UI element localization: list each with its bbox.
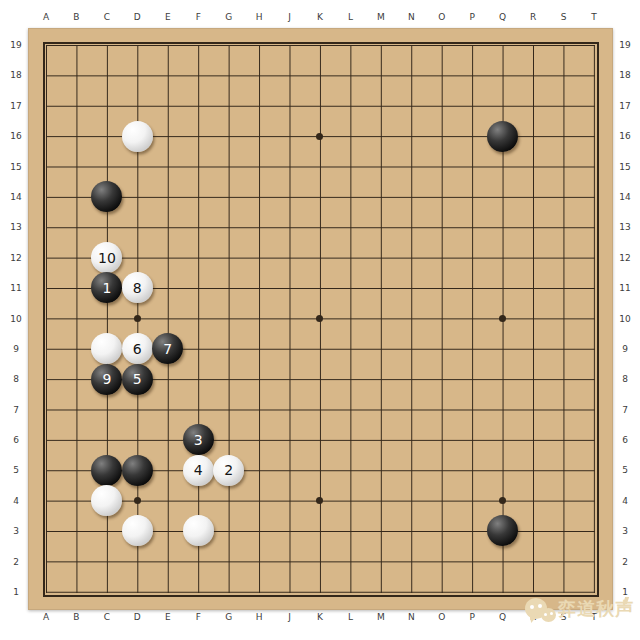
coord-bottom-O: O <box>431 611 453 623</box>
coord-left-16: 16 <box>5 130 27 142</box>
move-number-label: 7 <box>163 342 172 356</box>
coord-right-14: 14 <box>614 191 636 203</box>
stone-black-F6: 3 <box>183 424 214 455</box>
coord-top-F: F <box>187 11 209 23</box>
coord-top-P: P <box>461 11 483 23</box>
coord-right-5: 5 <box>614 464 636 476</box>
coord-right-7: 7 <box>614 404 636 416</box>
coord-right-17: 17 <box>614 100 636 112</box>
coord-top-A: A <box>35 11 57 23</box>
coord-top-H: H <box>248 11 270 23</box>
wechat-eye-icon <box>550 612 553 615</box>
coord-top-B: B <box>65 11 87 23</box>
coord-top-J: J <box>279 11 301 23</box>
stone-black-C14 <box>91 181 122 212</box>
coord-left-14: 14 <box>5 191 27 203</box>
stone-white-C12: 10 <box>91 242 122 273</box>
move-number-label: 3 <box>194 433 203 447</box>
coord-right-2: 2 <box>614 556 636 568</box>
coord-bottom-P: P <box>461 611 483 623</box>
watermark: 弈道秋声 <box>518 595 638 629</box>
move-number-label: 2 <box>224 463 233 477</box>
coord-bottom-M: M <box>370 611 392 623</box>
coord-bottom-F: F <box>187 611 209 623</box>
move-number-label: 1 <box>102 281 111 295</box>
coord-left-12: 12 <box>5 252 27 264</box>
coord-right-15: 15 <box>614 161 636 173</box>
coord-right-3: 3 <box>614 525 636 537</box>
coord-bottom-H: H <box>248 611 270 623</box>
coord-right-13: 13 <box>614 221 636 233</box>
coord-top-C: C <box>96 11 118 23</box>
wechat-bubble-tail-icon <box>530 617 536 623</box>
stone-white-G5: 2 <box>213 455 244 486</box>
stone-white-D16 <box>122 121 153 152</box>
move-number-label: 5 <box>133 372 142 386</box>
coord-top-Q: Q <box>492 11 514 23</box>
coord-left-6: 6 <box>5 434 27 446</box>
coord-right-9: 9 <box>614 343 636 355</box>
stone-white-D9: 6 <box>122 333 153 364</box>
wechat-logo-small-bubble-icon <box>541 608 556 622</box>
coord-left-15: 15 <box>5 161 27 173</box>
coord-bottom-A: A <box>35 611 57 623</box>
coord-left-2: 2 <box>5 556 27 568</box>
stone-white-C4 <box>91 485 122 516</box>
stone-black-E9: 7 <box>152 333 183 364</box>
coord-left-9: 9 <box>5 343 27 355</box>
coord-bottom-J: J <box>279 611 301 623</box>
coord-left-11: 11 <box>5 282 27 294</box>
coord-right-10: 10 <box>614 313 636 325</box>
coord-left-3: 3 <box>5 525 27 537</box>
stone-black-Q16 <box>487 121 518 152</box>
coord-top-R: R <box>522 11 544 23</box>
stone-black-D5 <box>122 455 153 486</box>
coord-top-D: D <box>126 11 148 23</box>
coord-top-G: G <box>218 11 240 23</box>
stone-black-C8: 9 <box>91 364 122 395</box>
stone-white-F5: 4 <box>183 455 214 486</box>
coord-left-7: 7 <box>5 404 27 416</box>
stone-black-Q3 <box>487 515 518 546</box>
coord-bottom-D: D <box>126 611 148 623</box>
move-number-label: 4 <box>194 463 203 477</box>
coord-top-N: N <box>400 11 422 23</box>
coord-left-4: 4 <box>5 495 27 507</box>
coord-bottom-B: B <box>65 611 87 623</box>
wechat-eye-icon <box>538 604 542 608</box>
coord-right-11: 11 <box>614 282 636 294</box>
coord-bottom-G: G <box>218 611 240 623</box>
coord-top-K: K <box>309 11 331 23</box>
stones-layer: 10186795342 <box>31 30 609 607</box>
coord-left-1: 1 <box>5 586 27 598</box>
coord-right-4: 4 <box>614 495 636 507</box>
coord-top-L: L <box>339 11 361 23</box>
wechat-eye-icon <box>530 605 534 609</box>
go-board: 10186795342 <box>28 28 613 610</box>
stone-black-C11: 1 <box>91 272 122 303</box>
stone-white-D3 <box>122 515 153 546</box>
coord-right-6: 6 <box>614 434 636 446</box>
coord-top-M: M <box>370 11 392 23</box>
coord-right-16: 16 <box>614 130 636 142</box>
coord-right-19: 19 <box>614 39 636 51</box>
coord-top-S: S <box>553 11 575 23</box>
coord-bottom-K: K <box>309 611 331 623</box>
coord-top-O: O <box>431 11 453 23</box>
coord-left-19: 19 <box>5 39 27 51</box>
wechat-eye-icon <box>544 613 547 616</box>
coord-left-17: 17 <box>5 100 27 112</box>
move-number-label: 10 <box>98 251 116 265</box>
coord-left-10: 10 <box>5 313 27 325</box>
stone-black-C5 <box>91 455 122 486</box>
coord-top-E: E <box>157 11 179 23</box>
coord-bottom-C: C <box>96 611 118 623</box>
stone-white-C9 <box>91 333 122 364</box>
coord-bottom-Q: Q <box>492 611 514 623</box>
coord-left-13: 13 <box>5 221 27 233</box>
stone-black-D8: 5 <box>122 364 153 395</box>
page: 10186795342 AABBCCDDEEFFGGHHJJKKLLMMNNOO… <box>0 0 640 640</box>
coord-bottom-L: L <box>339 611 361 623</box>
coord-top-T: T <box>583 11 605 23</box>
coord-bottom-E: E <box>157 611 179 623</box>
coord-bottom-N: N <box>400 611 422 623</box>
coord-right-18: 18 <box>614 69 636 81</box>
stone-white-D11: 8 <box>122 272 153 303</box>
coord-left-5: 5 <box>5 464 27 476</box>
move-number-label: 6 <box>133 342 142 356</box>
coord-left-8: 8 <box>5 373 27 385</box>
coord-left-18: 18 <box>5 69 27 81</box>
move-number-label: 8 <box>133 281 142 295</box>
move-number-label: 9 <box>102 372 111 386</box>
stone-white-F3 <box>183 515 214 546</box>
coord-right-8: 8 <box>614 373 636 385</box>
coord-right-12: 12 <box>614 252 636 264</box>
watermark-text: 弈道秋声 <box>558 597 634 621</box>
